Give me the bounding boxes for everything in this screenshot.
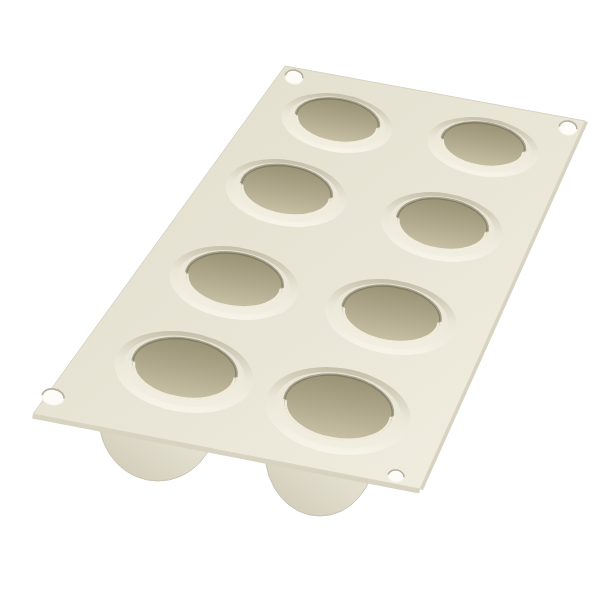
product-photo	[0, 0, 600, 600]
mold-scene	[0, 0, 600, 600]
